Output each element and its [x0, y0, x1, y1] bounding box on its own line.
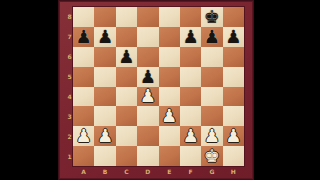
square-b4[interactable]	[94, 87, 115, 107]
square-b2[interactable]: ♟	[94, 126, 115, 146]
square-e1[interactable]	[159, 146, 180, 166]
square-c3[interactable]	[116, 106, 137, 126]
rank-label-2: 2	[66, 126, 73, 146]
square-d2[interactable]	[137, 126, 158, 146]
square-f4[interactable]	[180, 87, 201, 107]
square-b5[interactable]	[94, 67, 115, 87]
square-e7[interactable]	[159, 27, 180, 47]
square-f2[interactable]: ♟	[180, 126, 201, 146]
rank-labels: 87654321	[66, 7, 73, 166]
chess-board-frame: 87654321 ♚♟♟♟♟♟♟♟♟♟♟♟♟♟♟♚ ABCDEFGH	[58, 0, 254, 180]
square-f7[interactable]: ♟	[180, 27, 201, 47]
white-pawn[interactable]: ♟	[97, 127, 113, 145]
white-pawn[interactable]: ♟	[140, 87, 156, 105]
file-label-d: D	[137, 166, 158, 177]
rank-label-8: 8	[66, 7, 73, 27]
square-c4[interactable]	[116, 87, 137, 107]
white-pawn[interactable]: ♟	[204, 127, 220, 145]
black-pawn[interactable]: ♟	[182, 27, 198, 45]
square-h7[interactable]: ♟	[223, 27, 244, 47]
square-a7[interactable]: ♟	[73, 27, 94, 47]
square-g8[interactable]: ♚	[201, 7, 222, 27]
square-f6[interactable]	[180, 47, 201, 67]
square-c5[interactable]	[116, 67, 137, 87]
square-c2[interactable]	[116, 126, 137, 146]
square-e4[interactable]	[159, 87, 180, 107]
file-label-g: G	[201, 166, 222, 177]
black-pawn[interactable]: ♟	[140, 67, 156, 85]
black-pawn[interactable]: ♟	[204, 27, 220, 45]
rank-label-1: 1	[66, 146, 73, 166]
square-d6[interactable]	[137, 47, 158, 67]
square-d7[interactable]	[137, 27, 158, 47]
square-f5[interactable]	[180, 67, 201, 87]
file-label-f: F	[180, 166, 201, 177]
square-a3[interactable]	[73, 106, 94, 126]
square-e8[interactable]	[159, 7, 180, 27]
square-h3[interactable]	[223, 106, 244, 126]
square-a6[interactable]	[73, 47, 94, 67]
rank-label-4: 4	[66, 87, 73, 107]
black-pawn[interactable]: ♟	[118, 47, 134, 65]
square-g1[interactable]: ♚	[201, 146, 222, 166]
file-label-a: A	[73, 166, 94, 177]
video-frame: 87654321 ♚♟♟♟♟♟♟♟♟♟♟♟♟♟♟♚ ABCDEFGH	[0, 0, 320, 180]
rank-label-7: 7	[66, 27, 73, 47]
square-h6[interactable]	[223, 47, 244, 67]
square-f8[interactable]	[180, 7, 201, 27]
black-pawn[interactable]: ♟	[225, 27, 241, 45]
square-b3[interactable]	[94, 106, 115, 126]
square-h1[interactable]	[223, 146, 244, 166]
file-label-b: B	[94, 166, 115, 177]
white-pawn[interactable]: ♟	[161, 107, 177, 125]
rank-label-5: 5	[66, 67, 73, 87]
square-g5[interactable]	[201, 67, 222, 87]
square-a8[interactable]	[73, 7, 94, 27]
square-h8[interactable]	[223, 7, 244, 27]
square-d3[interactable]	[137, 106, 158, 126]
square-b6[interactable]	[94, 47, 115, 67]
square-e2[interactable]	[159, 126, 180, 146]
pillarbox-left	[0, 0, 58, 180]
pillarbox-right	[254, 0, 320, 180]
square-c7[interactable]	[116, 27, 137, 47]
white-pawn[interactable]: ♟	[225, 127, 241, 145]
white-king[interactable]: ♚	[204, 147, 220, 165]
square-b1[interactable]	[94, 146, 115, 166]
white-pawn[interactable]: ♟	[182, 127, 198, 145]
rank-label-6: 6	[66, 47, 73, 67]
square-c6[interactable]: ♟	[116, 47, 137, 67]
file-labels: ABCDEFGH	[73, 166, 244, 177]
square-e3[interactable]: ♟	[159, 106, 180, 126]
board-squares: ♚♟♟♟♟♟♟♟♟♟♟♟♟♟♟♚	[73, 7, 244, 166]
square-d8[interactable]	[137, 7, 158, 27]
square-c1[interactable]	[116, 146, 137, 166]
file-label-e: E	[159, 166, 180, 177]
square-f1[interactable]	[180, 146, 201, 166]
black-pawn[interactable]: ♟	[97, 27, 113, 45]
file-label-c: C	[116, 166, 137, 177]
square-h4[interactable]	[223, 87, 244, 107]
black-pawn[interactable]: ♟	[76, 27, 92, 45]
square-g4[interactable]	[201, 87, 222, 107]
square-e6[interactable]	[159, 47, 180, 67]
rank-label-3: 3	[66, 106, 73, 126]
square-a5[interactable]	[73, 67, 94, 87]
black-king[interactable]: ♚	[204, 7, 220, 25]
square-a4[interactable]	[73, 87, 94, 107]
square-b7[interactable]: ♟	[94, 27, 115, 47]
square-a2[interactable]: ♟	[73, 126, 94, 146]
square-a1[interactable]	[73, 146, 94, 166]
square-d4[interactable]: ♟	[137, 87, 158, 107]
square-e5[interactable]	[159, 67, 180, 87]
square-h5[interactable]	[223, 67, 244, 87]
square-d5[interactable]: ♟	[137, 67, 158, 87]
square-f3[interactable]	[180, 106, 201, 126]
square-d1[interactable]	[137, 146, 158, 166]
square-g3[interactable]	[201, 106, 222, 126]
square-b8[interactable]	[94, 7, 115, 27]
square-g7[interactable]: ♟	[201, 27, 222, 47]
square-c8[interactable]	[116, 7, 137, 27]
file-label-h: H	[223, 166, 244, 177]
square-g2[interactable]: ♟	[201, 126, 222, 146]
white-pawn[interactable]: ♟	[76, 127, 92, 145]
square-g6[interactable]	[201, 47, 222, 67]
square-h2[interactable]: ♟	[223, 126, 244, 146]
